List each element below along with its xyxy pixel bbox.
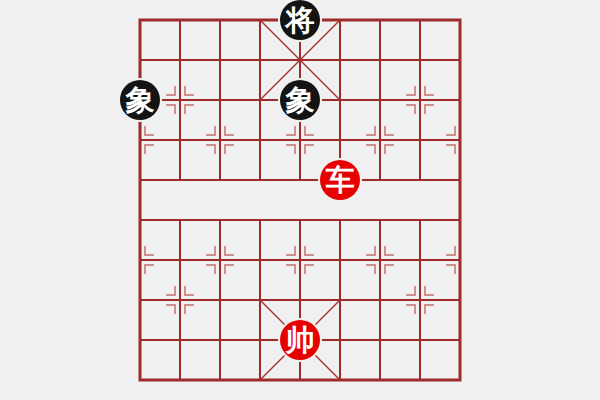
xiangqi-board: 将象象车帅 bbox=[0, 0, 600, 400]
piece-black-general[interactable]: 将 bbox=[280, 0, 320, 40]
piece-black-elephant-left[interactable]: 象 bbox=[120, 80, 160, 120]
piece-red-general[interactable]: 帅 bbox=[280, 320, 320, 360]
piece-black-elephant-center[interactable]: 象 bbox=[280, 80, 320, 120]
piece-red-chariot[interactable]: 车 bbox=[320, 160, 360, 200]
